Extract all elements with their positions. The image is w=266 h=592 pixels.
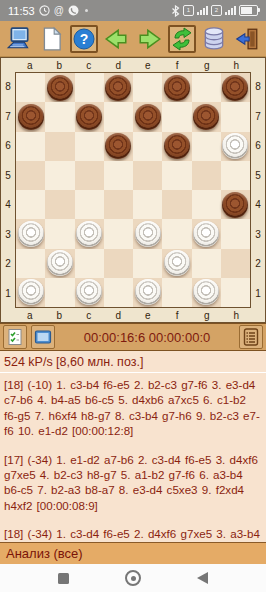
square-c1[interactable] (75, 278, 104, 307)
main-toolbar: ? (0, 21, 266, 57)
engine-status-line: 524 kP/s [8,60 млн. поз.] (0, 351, 266, 373)
black-piece[interactable] (18, 104, 44, 130)
square-g7[interactable] (192, 102, 221, 131)
square-d4[interactable] (104, 190, 133, 219)
file-label: b (45, 308, 75, 322)
square-f1[interactable] (162, 278, 191, 307)
square-g6[interactable] (192, 132, 221, 161)
android-back-button[interactable] (197, 572, 208, 584)
file-label: h (222, 308, 252, 322)
square-a7[interactable] (16, 102, 45, 131)
white-piece[interactable] (76, 279, 102, 305)
forward-button[interactable] (135, 24, 165, 54)
black-piece[interactable] (105, 75, 131, 101)
square-h2[interactable] (221, 249, 250, 278)
file-label: g (192, 58, 222, 72)
white-piece[interactable] (18, 279, 44, 305)
square-c7[interactable] (75, 102, 104, 131)
black-piece[interactable] (164, 75, 190, 101)
rank-label: 2 (1, 249, 15, 279)
square-b4[interactable] (45, 190, 74, 219)
square-b7[interactable] (45, 102, 74, 131)
square-e8[interactable] (133, 73, 162, 102)
square-h8[interactable] (221, 73, 250, 102)
square-c5[interactable] (75, 161, 104, 190)
square-c8[interactable] (75, 73, 104, 102)
square-f3[interactable] (162, 219, 191, 248)
square-c3[interactable] (75, 219, 104, 248)
draughts-board: abcdefgh 87654321 87654321 abcdefgh (0, 57, 266, 323)
square-d1[interactable] (104, 278, 133, 307)
file-labels-bottom: abcdefgh (15, 308, 251, 322)
file-label: h (222, 58, 252, 72)
file-label: a (15, 308, 45, 322)
rank-label: 5 (251, 161, 265, 191)
rank-label: 3 (1, 220, 15, 250)
square-a8[interactable] (16, 73, 45, 102)
swap-button[interactable] (168, 25, 196, 53)
square-d3[interactable] (104, 219, 133, 248)
square-a6[interactable] (16, 132, 45, 161)
rank-label: 4 (251, 190, 265, 220)
at-icon: @ (54, 5, 64, 16)
square-b8[interactable] (45, 73, 74, 102)
mode-label: Анализ (все) (6, 546, 83, 561)
status-time: 11:53 (8, 5, 35, 17)
bluetooth-icon (171, 5, 180, 17)
square-f5[interactable] (162, 161, 191, 190)
square-h7[interactable] (221, 102, 250, 131)
file-label: c (74, 308, 104, 322)
square-g1[interactable] (192, 278, 221, 307)
square-h3[interactable] (221, 219, 250, 248)
clock-icon (39, 5, 50, 16)
rank-label: 6 (251, 131, 265, 161)
square-d6[interactable] (104, 132, 133, 161)
square-e7[interactable] (133, 102, 162, 131)
rank-label: 8 (1, 72, 15, 102)
sim2-icon: 2 (211, 5, 222, 16)
white-piece[interactable] (76, 221, 102, 247)
black-piece[interactable] (222, 192, 248, 218)
white-piece[interactable] (193, 221, 219, 247)
file-label: a (15, 58, 45, 72)
square-h6[interactable] (221, 132, 250, 161)
square-f6[interactable] (162, 132, 191, 161)
back-arrow-icon (103, 26, 129, 52)
white-piece[interactable] (193, 279, 219, 305)
white-piece[interactable] (18, 221, 44, 247)
moves-list-button[interactable] (239, 325, 263, 349)
signal-icon (225, 6, 236, 15)
square-d5[interactable] (104, 161, 133, 190)
moves-list-icon (242, 328, 260, 346)
recent-apps-button[interactable] (58, 573, 69, 584)
square-f8[interactable] (162, 73, 191, 102)
rank-label: 3 (251, 220, 265, 250)
square-d8[interactable] (104, 73, 133, 102)
notification-dot-icon (85, 9, 88, 12)
screen-button[interactable] (31, 325, 55, 349)
analysis-line[interactable]: [18] (-34) 1. c3-d4 f6-e5 2. d4xf6 g7xe5… (4, 526, 262, 542)
square-f2[interactable] (162, 249, 191, 278)
black-piece[interactable] (47, 75, 73, 101)
square-e3[interactable] (133, 219, 162, 248)
square-c4[interactable] (75, 190, 104, 219)
svg-text:?: ? (80, 31, 89, 47)
file-label: e (133, 308, 163, 322)
square-e5[interactable] (133, 161, 162, 190)
square-d7[interactable] (104, 102, 133, 131)
square-h4[interactable] (221, 190, 250, 219)
file-label: d (104, 308, 134, 322)
analysis-settings-icon (6, 328, 24, 346)
square-h5[interactable] (221, 161, 250, 190)
square-c6[interactable] (75, 132, 104, 161)
analysis-settings-button[interactable] (3, 325, 27, 349)
square-b6[interactable] (45, 132, 74, 161)
app-window: 11:53 @ 1 2 (0, 0, 266, 592)
square-a1[interactable] (16, 278, 45, 307)
square-a5[interactable] (16, 161, 45, 190)
white-piece[interactable] (135, 221, 161, 247)
help-icon: ? (72, 27, 96, 51)
rank-labels-right: 87654321 (251, 72, 265, 308)
white-piece[interactable] (164, 250, 190, 276)
file-label: b (45, 58, 75, 72)
board-squares (15, 72, 251, 308)
file-labels-top: abcdefgh (15, 58, 251, 72)
phone-icon (68, 5, 79, 16)
black-piece[interactable] (105, 133, 131, 159)
black-piece[interactable] (164, 133, 190, 159)
engine-clocks: 00:00:16:6 00:00:00:0 (59, 330, 235, 345)
home-button[interactable] (125, 570, 141, 586)
square-g2[interactable] (192, 249, 221, 278)
square-g4[interactable] (192, 190, 221, 219)
square-e2[interactable] (133, 249, 162, 278)
swap-refresh-icon (170, 27, 194, 51)
square-e4[interactable] (133, 190, 162, 219)
computer-button[interactable] (4, 24, 34, 54)
rank-label: 1 (1, 279, 15, 309)
mode-status-bar: Анализ (все) (0, 542, 266, 564)
screen-icon (34, 328, 52, 346)
square-f7[interactable] (162, 102, 191, 131)
file-label: f (163, 58, 193, 72)
black-piece[interactable] (76, 104, 102, 130)
square-e6[interactable] (133, 132, 162, 161)
square-e1[interactable] (133, 278, 162, 307)
square-b5[interactable] (45, 161, 74, 190)
white-piece[interactable] (222, 133, 248, 159)
analysis-panel[interactable]: [18] (-10) 1. c3-b4 f6-e5 2. b2-c3 g7-f6… (0, 373, 266, 542)
file-label: f (163, 308, 193, 322)
square-g3[interactable] (192, 219, 221, 248)
file-label: g (192, 308, 222, 322)
sim1-icon: 1 (183, 5, 194, 16)
forward-arrow-icon (137, 26, 163, 52)
square-b3[interactable] (45, 219, 74, 248)
rank-labels-left: 87654321 (1, 72, 15, 308)
rank-label: 5 (1, 161, 15, 191)
rank-label: 7 (1, 102, 15, 132)
white-piece[interactable] (135, 279, 161, 305)
signal-4g-icon (197, 6, 208, 15)
square-d2[interactable] (104, 249, 133, 278)
exit-icon (234, 26, 260, 52)
database-button[interactable] (199, 24, 229, 54)
square-b2[interactable] (45, 249, 74, 278)
square-a3[interactable] (16, 219, 45, 248)
square-f4[interactable] (162, 190, 191, 219)
square-a4[interactable] (16, 190, 45, 219)
database-icon (201, 26, 227, 52)
analysis-line[interactable]: [18] (-10) 1. c3-b4 f6-e5 2. b2-c3 g7-f6… (4, 377, 262, 439)
black-piece[interactable] (135, 104, 161, 130)
white-piece[interactable] (47, 250, 73, 276)
black-piece[interactable] (222, 75, 248, 101)
computer-icon (6, 26, 32, 52)
square-g8[interactable] (192, 73, 221, 102)
square-h1[interactable] (221, 278, 250, 307)
rank-label: 2 (251, 249, 265, 279)
file-label: c (74, 58, 104, 72)
new-file-icon (39, 26, 65, 52)
rank-label: 6 (1, 131, 15, 161)
file-label: e (133, 58, 163, 72)
square-g5[interactable] (192, 161, 221, 190)
rank-label: 1 (251, 279, 265, 309)
back-button[interactable] (101, 24, 131, 54)
rank-label: 4 (1, 190, 15, 220)
new-file-button[interactable] (37, 24, 67, 54)
help-button[interactable]: ? (70, 25, 98, 53)
exit-button[interactable] (232, 24, 262, 54)
rank-label: 7 (251, 102, 265, 132)
square-a2[interactable] (16, 249, 45, 278)
file-label: d (104, 58, 134, 72)
rank-label: 8 (251, 72, 265, 102)
android-nav-bar (0, 564, 266, 592)
square-c2[interactable] (75, 249, 104, 278)
square-b1[interactable] (45, 278, 74, 307)
black-piece[interactable] (193, 104, 219, 130)
battery-icon (239, 5, 258, 16)
engine-toolbar: 00:00:16:6 00:00:00:0 (0, 323, 266, 351)
android-status-bar: 11:53 @ 1 2 (0, 0, 266, 21)
analysis-line[interactable]: [17] (-34) 1. e1-d2 a7-b6 2. c3-d4 f6-e5… (4, 452, 262, 514)
